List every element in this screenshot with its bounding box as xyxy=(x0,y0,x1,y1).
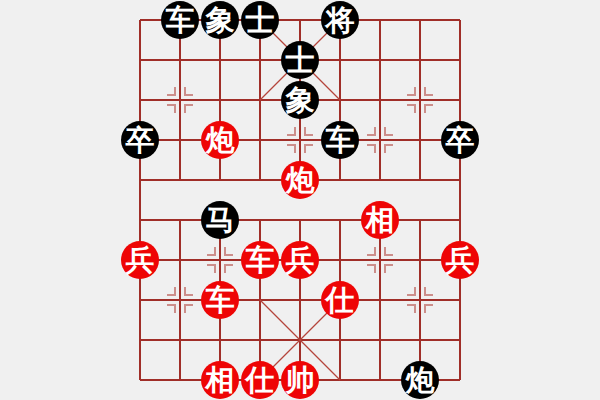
red-cannon[interactable]: 炮 xyxy=(281,161,319,199)
xiangqi-board: 车象士将士象卒炮车卒炮马相兵车兵兵车仕相仕帅炮 xyxy=(0,0,600,400)
board-cell: 炮 xyxy=(280,160,320,200)
red-chariot[interactable]: 车 xyxy=(201,281,239,319)
red-cannon[interactable]: 炮 xyxy=(201,121,239,159)
red-elephant[interactable]: 相 xyxy=(201,361,239,399)
board-cell: 卒 xyxy=(440,120,480,160)
board-cell: 帅 xyxy=(280,360,320,400)
red-soldier[interactable]: 兵 xyxy=(441,241,479,279)
board-cell: 卒 xyxy=(120,120,160,160)
board-cell: 车 xyxy=(160,0,200,40)
black-soldier[interactable]: 卒 xyxy=(441,121,479,159)
red-soldier[interactable]: 兵 xyxy=(281,241,319,279)
board-cell: 相 xyxy=(360,200,400,240)
black-horse[interactable]: 马 xyxy=(201,201,239,239)
red-general[interactable]: 帅 xyxy=(281,361,319,399)
board-cell: 士 xyxy=(240,0,280,40)
red-chariot[interactable]: 车 xyxy=(241,241,279,279)
black-elephant[interactable]: 象 xyxy=(281,81,319,119)
board-cell: 仕 xyxy=(320,280,360,320)
pieces-layer: 车象士将士象卒炮车卒炮马相兵车兵兵车仕相仕帅炮 xyxy=(120,0,480,400)
board-cell: 炮 xyxy=(200,120,240,160)
board-cell: 车 xyxy=(200,280,240,320)
board-cell: 象 xyxy=(280,80,320,120)
red-advisor[interactable]: 仕 xyxy=(321,281,359,319)
board-cell: 车 xyxy=(320,120,360,160)
board-cell: 象 xyxy=(200,0,240,40)
board-cell: 兵 xyxy=(280,240,320,280)
board-cell: 炮 xyxy=(400,360,440,400)
board-cell: 兵 xyxy=(120,240,160,280)
black-cannon[interactable]: 炮 xyxy=(401,361,439,399)
black-chariot[interactable]: 车 xyxy=(161,1,199,39)
red-elephant[interactable]: 相 xyxy=(361,201,399,239)
black-advisor[interactable]: 士 xyxy=(241,1,279,39)
red-advisor[interactable]: 仕 xyxy=(241,361,279,399)
board-cell: 将 xyxy=(320,0,360,40)
black-chariot[interactable]: 车 xyxy=(321,121,359,159)
board-cell: 车 xyxy=(240,240,280,280)
board-cell: 仕 xyxy=(240,360,280,400)
red-soldier[interactable]: 兵 xyxy=(121,241,159,279)
black-elephant[interactable]: 象 xyxy=(201,1,239,39)
board-cell: 兵 xyxy=(440,240,480,280)
black-advisor[interactable]: 士 xyxy=(281,41,319,79)
board-cell: 相 xyxy=(200,360,240,400)
board-cell: 士 xyxy=(280,40,320,80)
black-soldier[interactable]: 卒 xyxy=(121,121,159,159)
black-general[interactable]: 将 xyxy=(321,1,359,39)
board-cell: 马 xyxy=(200,200,240,240)
